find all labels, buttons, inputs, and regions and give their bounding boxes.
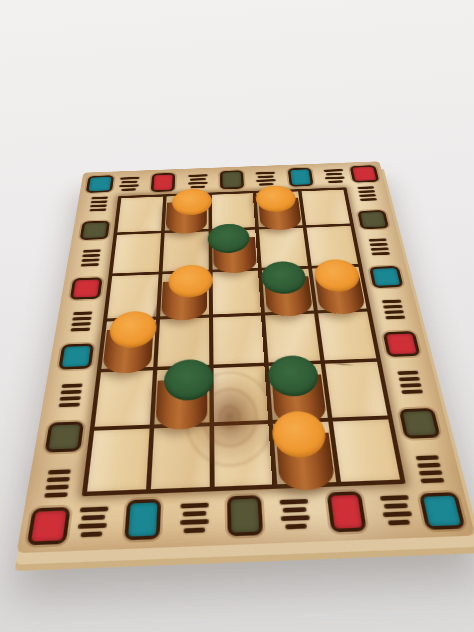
frame-edge-bottom xyxy=(76,488,415,543)
hatch-marks xyxy=(44,469,71,497)
cell-r5c1[interactable] xyxy=(95,371,153,427)
cell-r3c5[interactable] xyxy=(312,267,366,311)
frame-square-olive xyxy=(398,408,440,439)
corner-tl xyxy=(83,174,116,195)
cell-r6c4[interactable] xyxy=(273,421,336,484)
board-grid xyxy=(82,187,406,496)
cell-r3c4[interactable] xyxy=(262,268,314,312)
orange-piece[interactable] xyxy=(161,264,207,321)
corner-br xyxy=(414,489,468,533)
orange-piece[interactable] xyxy=(274,410,336,491)
corner-bl xyxy=(22,503,73,548)
frame-square-teal xyxy=(85,175,113,193)
green-piece[interactable] xyxy=(263,261,313,317)
orange-piece[interactable] xyxy=(102,311,155,375)
frame-square-red xyxy=(326,491,366,532)
hatch-marks xyxy=(368,239,389,256)
hatch-marks xyxy=(77,506,109,537)
frame-square-red xyxy=(26,506,70,544)
cell-r3c2[interactable] xyxy=(160,272,209,316)
orange-piece[interactable] xyxy=(312,259,366,315)
green-piece[interactable] xyxy=(213,223,257,274)
cell-r5c2[interactable] xyxy=(154,368,209,424)
frame-square-teal xyxy=(369,266,404,288)
cell-r5c5[interactable] xyxy=(325,362,387,417)
game-board xyxy=(16,161,474,553)
hatch-marks xyxy=(89,197,107,212)
frame-square-teal xyxy=(418,492,465,530)
frame-square-olive xyxy=(79,220,109,239)
frame-square-red xyxy=(69,277,102,300)
frame-square-olive xyxy=(227,495,263,536)
decorative-frame xyxy=(83,161,379,172)
cell-r2c1[interactable] xyxy=(113,233,161,273)
frame-square-red xyxy=(382,331,420,357)
cell-r1c1[interactable] xyxy=(117,197,163,233)
orange-piece[interactable] xyxy=(166,188,207,234)
cell-r4c5[interactable] xyxy=(318,312,376,361)
cell-r1c5[interactable] xyxy=(302,190,350,226)
frame-square-teal xyxy=(125,499,162,541)
board-tilt-wrapper xyxy=(48,73,426,556)
hatch-marks xyxy=(119,177,140,191)
cell-r1c2[interactable] xyxy=(165,195,209,231)
hatch-marks xyxy=(357,186,377,201)
frame-square-red xyxy=(349,165,379,182)
hatch-marks xyxy=(80,250,100,267)
frame-square-olive xyxy=(44,422,84,453)
cell-r4c3[interactable] xyxy=(213,316,265,365)
hatch-marks xyxy=(324,169,346,183)
hatch-marks xyxy=(380,495,414,525)
hatch-marks xyxy=(280,498,311,528)
cell-r2c3[interactable] xyxy=(212,230,258,270)
hatch-marks xyxy=(381,299,404,319)
hatch-marks xyxy=(256,171,276,185)
corner-tr xyxy=(347,164,381,184)
orange-piece[interactable] xyxy=(257,185,302,231)
frame-square-teal xyxy=(58,343,94,369)
hatch-marks xyxy=(415,455,444,483)
cell-r1c4[interactable] xyxy=(257,191,303,227)
hatch-marks xyxy=(397,370,423,393)
green-piece[interactable] xyxy=(155,359,207,430)
hatch-marks xyxy=(179,502,208,533)
cell-r3c3[interactable] xyxy=(212,270,261,314)
hatch-marks xyxy=(188,174,207,188)
cell-r6c1[interactable] xyxy=(87,428,149,491)
frame-square-olive xyxy=(220,170,244,189)
hatch-marks xyxy=(70,311,92,331)
frame-square-olive xyxy=(357,210,389,229)
hatch-marks xyxy=(58,383,82,407)
cell-r6c5[interactable] xyxy=(333,419,400,482)
frame-square-teal xyxy=(287,168,313,187)
cell-r4c1[interactable] xyxy=(101,320,155,370)
